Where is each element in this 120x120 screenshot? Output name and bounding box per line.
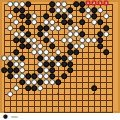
black-stone xyxy=(49,67,55,73)
black-stone xyxy=(61,19,67,25)
white-stone xyxy=(61,7,67,13)
black-stone xyxy=(67,67,73,73)
white-stone xyxy=(55,25,61,31)
white-stone xyxy=(37,73,43,79)
white-stone xyxy=(7,55,13,61)
black-stone xyxy=(79,1,85,7)
black-stone xyxy=(31,85,37,91)
caption-text xyxy=(11,116,18,118)
black-stone xyxy=(25,1,31,7)
white-stone xyxy=(61,37,67,43)
white-stone xyxy=(67,13,73,19)
white-stone xyxy=(13,73,19,79)
white-stone xyxy=(37,43,43,49)
black-stone xyxy=(25,85,31,91)
black-stone xyxy=(37,31,43,37)
black-stone xyxy=(25,43,31,49)
white-stone xyxy=(7,25,13,31)
red-move-label: 4 xyxy=(104,0,109,5)
black-stone xyxy=(61,13,67,19)
black-stone xyxy=(13,37,19,43)
black-stone xyxy=(67,49,73,55)
black-stone xyxy=(49,61,55,67)
white-stone xyxy=(67,25,73,31)
white-stone xyxy=(49,37,55,43)
red-move-label: 2 xyxy=(92,0,97,5)
white-stone xyxy=(25,79,31,85)
white-stone xyxy=(61,1,67,7)
white-stone xyxy=(13,55,19,61)
star-point xyxy=(21,93,23,95)
black-stone xyxy=(13,67,19,73)
white-stone xyxy=(55,61,61,67)
white-stone xyxy=(49,79,55,85)
white-stone xyxy=(73,25,79,31)
black-stone xyxy=(103,25,109,31)
white-stone xyxy=(55,1,61,7)
white-stone xyxy=(73,31,79,37)
black-stone xyxy=(43,61,49,67)
white-stone xyxy=(67,31,73,37)
white-stone xyxy=(19,31,25,37)
white-stone xyxy=(55,49,61,55)
black-stone xyxy=(49,7,55,13)
black-stone xyxy=(7,67,13,73)
black-stone xyxy=(67,19,73,25)
white-stone xyxy=(97,7,103,13)
go-diagram: 1234 ● xyxy=(0,0,120,120)
white-stone xyxy=(55,7,61,13)
black-stone xyxy=(49,43,55,49)
black-stone xyxy=(1,67,7,73)
black-stone xyxy=(19,43,25,49)
white-stone xyxy=(49,25,55,31)
white-stone xyxy=(67,37,73,43)
black-stone xyxy=(97,43,103,49)
black-stone xyxy=(97,19,103,25)
black-stone xyxy=(55,79,61,85)
black-stone xyxy=(37,79,43,85)
black-stone xyxy=(7,61,13,67)
black-stone xyxy=(73,49,79,55)
black-stone xyxy=(25,19,31,25)
white-stone xyxy=(31,79,37,85)
white-stone xyxy=(79,37,85,43)
white-stone xyxy=(19,1,25,7)
caption-strip: ● xyxy=(0,113,120,120)
black-stone xyxy=(91,7,97,13)
black-stone xyxy=(49,1,55,7)
black-stone xyxy=(61,55,67,61)
white-stone xyxy=(37,49,43,55)
black-stone xyxy=(43,25,49,31)
black-stone xyxy=(73,1,79,7)
white-stone xyxy=(19,73,25,79)
black-stone xyxy=(19,79,25,85)
star-point xyxy=(57,93,59,95)
white-stone xyxy=(31,13,37,19)
black-stone xyxy=(103,49,109,55)
black-stone xyxy=(19,25,25,31)
white-stone xyxy=(103,13,109,19)
white-stone xyxy=(85,13,91,19)
black-stone xyxy=(67,43,73,49)
black-stone xyxy=(25,13,31,19)
white-stone xyxy=(7,13,13,19)
black-stone xyxy=(7,73,13,79)
black-stone xyxy=(37,55,43,61)
black-stone xyxy=(67,61,73,67)
star-point xyxy=(93,93,95,95)
white-stone xyxy=(31,37,37,43)
white-stone xyxy=(43,55,49,61)
black-stone xyxy=(37,25,43,31)
white-stone xyxy=(91,19,97,25)
white-stone xyxy=(19,67,25,73)
black-stone xyxy=(55,55,61,61)
white-stone xyxy=(7,1,13,7)
black-stone xyxy=(19,13,25,19)
black-stone xyxy=(91,13,97,19)
white-stone xyxy=(85,37,91,43)
black-stone xyxy=(49,73,55,79)
black-stone xyxy=(19,55,25,61)
white-stone xyxy=(13,31,19,37)
black-stone xyxy=(91,85,97,91)
black-stone xyxy=(25,73,31,79)
star-point xyxy=(21,21,23,23)
white-stone xyxy=(13,61,19,67)
white-stone xyxy=(7,91,13,97)
black-stone xyxy=(43,13,49,19)
black-stone xyxy=(13,49,19,55)
white-stone xyxy=(13,19,19,25)
black-stone xyxy=(97,37,103,43)
black-stone xyxy=(31,73,37,79)
white-stone xyxy=(49,19,55,25)
white-stone xyxy=(91,37,97,43)
white-stone xyxy=(43,73,49,79)
red-move-label: 1 xyxy=(86,0,91,5)
white-stone xyxy=(79,43,85,49)
white-stone xyxy=(1,55,7,61)
black-stone xyxy=(79,19,85,25)
white-stone xyxy=(49,55,55,61)
black-stone xyxy=(55,13,61,19)
black-stone xyxy=(97,31,103,37)
star-point xyxy=(57,21,59,23)
red-move-label: 3 xyxy=(98,0,103,5)
white-stone xyxy=(37,61,43,67)
white-stone xyxy=(67,55,73,61)
white-stone xyxy=(31,43,37,49)
white-stone xyxy=(43,49,49,55)
white-stone xyxy=(43,19,49,25)
black-stone xyxy=(61,61,67,67)
white-stone xyxy=(85,7,91,13)
black-stone xyxy=(67,7,73,13)
white-stone xyxy=(13,1,19,7)
black-stone xyxy=(79,7,85,13)
white-stone xyxy=(103,31,109,37)
black-stone xyxy=(37,67,43,73)
black-stone xyxy=(19,37,25,43)
black-stone xyxy=(61,73,67,79)
black-stone xyxy=(19,7,25,13)
go-board: 1234 xyxy=(0,0,120,113)
white-stone xyxy=(43,67,49,73)
caption-black-stone-icon: ● xyxy=(3,113,8,120)
white-stone xyxy=(31,19,37,25)
black-stone xyxy=(25,31,31,37)
black-stone xyxy=(13,7,19,13)
white-stone xyxy=(25,37,31,43)
white-stone xyxy=(73,43,79,49)
white-stone xyxy=(43,31,49,37)
white-stone xyxy=(13,85,19,91)
white-stone xyxy=(43,79,49,85)
black-stone xyxy=(43,37,49,43)
white-stone xyxy=(19,61,25,67)
white-stone xyxy=(31,49,37,55)
white-stone xyxy=(37,85,43,91)
black-stone xyxy=(79,31,85,37)
star-point xyxy=(93,57,95,59)
